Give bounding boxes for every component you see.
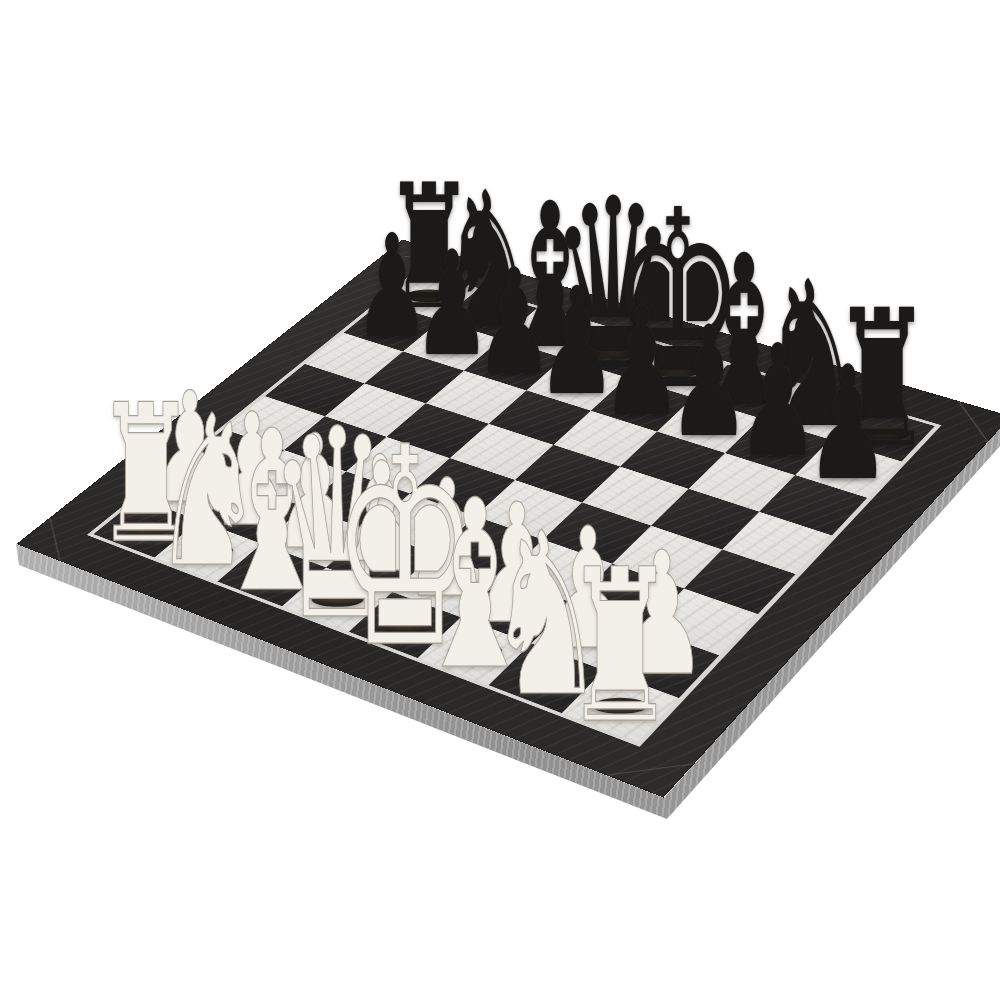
piece-black-pawn-h7[interactable]: ♟ <box>778 346 919 469</box>
pawn-glyph: ♟ <box>806 346 891 503</box>
pieces-layer: ♜♞♝♛♚♝♞♜♟♟♟♟♟♟♟♟♜♞♝♛♚♝♞♜♟♟♟♟♟♟♟♟ <box>0 0 1000 1000</box>
piece-white-rook-h1[interactable]: ♜ <box>526 540 716 705</box>
rook-glyph: ♜ <box>563 540 677 752</box>
marble-chess-set-photo: ♜♞♝♛♚♝♞♜♟♟♟♟♟♟♟♟♜♞♝♛♚♝♞♜♟♟♟♟♟♟♟♟ <box>0 0 1000 1000</box>
